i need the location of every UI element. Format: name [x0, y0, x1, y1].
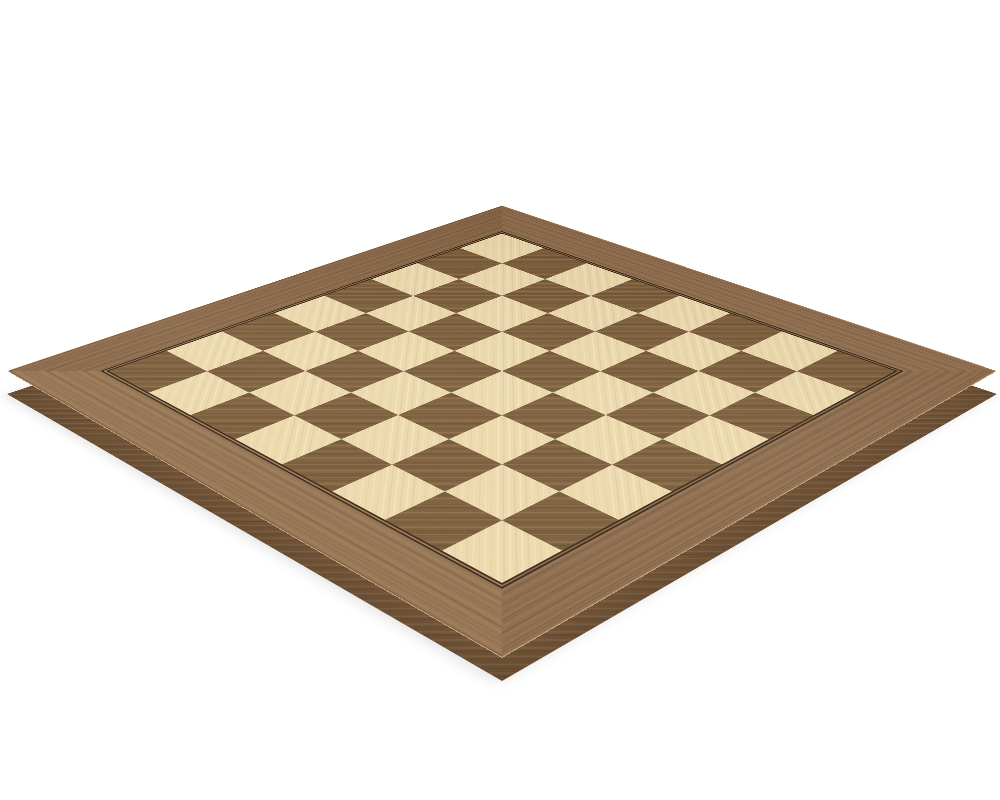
- playing-field: [109, 234, 895, 583]
- product-photo-scene: [0, 0, 1000, 800]
- chess-board: [7, 205, 997, 658]
